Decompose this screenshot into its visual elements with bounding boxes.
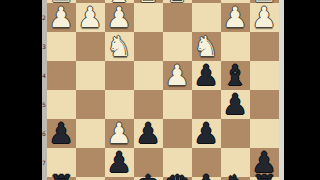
square-e2 [134,3,163,32]
square-f8 [105,177,134,180]
rank-label-7: 7 [42,160,47,166]
square-f5 [105,90,134,119]
square-g7 [76,148,105,177]
square-e8: ♚ [134,177,163,180]
square-h5 [47,90,76,119]
piece-black-pawn-e6: ♟ [134,119,163,148]
board-right-edge [279,0,284,180]
piece-white-pawn-d4: ♟ [163,61,192,90]
rank-label-2: 2 [42,15,47,21]
piece-white-pawn-f6: ♟ [105,119,134,148]
square-d4: ♟ [163,61,192,90]
rank-label-3: 3 [42,44,47,50]
piece-black-rook-a8: ♜ [250,171,279,180]
piece-black-king-e8: ♚ [134,171,163,180]
square-e6: ♟ [134,119,163,148]
square-a8: ♜ [250,177,279,180]
piece-black-pawn-c6: ♟ [192,119,221,148]
square-e3 [134,32,163,61]
square-a4 [250,61,279,90]
square-g6 [76,119,105,148]
square-h3 [47,32,76,61]
piece-white-pawn-g2: ♟ [76,3,105,32]
piece-black-rook-h8: ♜ [47,171,76,180]
video-frame: 12345678 ♜♝♚♛♜♟♟♟♟♟♞♞♟♟♝♟♟♟♟♟♟♟♜♚♛♝♞♜ [0,0,320,180]
square-h6: ♟ [47,119,76,148]
piece-black-pawn-f7: ♟ [105,148,134,177]
square-e4 [134,61,163,90]
square-c5 [192,90,221,119]
square-h4 [47,61,76,90]
piece-black-pawn-c4: ♟ [192,61,221,90]
piece-black-pawn-h6: ♟ [47,119,76,148]
piece-white-knight-f3: ♞ [105,32,134,61]
rank-label-6: 6 [42,131,47,137]
piece-black-bishop-b4: ♝ [221,61,250,90]
square-b4: ♝ [221,61,250,90]
square-h8: ♜ [47,177,76,180]
piece-black-queen-d8: ♛ [163,171,192,180]
square-b2: ♟ [221,3,250,32]
square-c3: ♞ [192,32,221,61]
square-a3 [250,32,279,61]
square-d5 [163,90,192,119]
square-h2: ♟ [47,3,76,32]
rank-labels-gutter: 12345678 [42,0,47,180]
rank-label-4: 4 [42,73,47,79]
square-g5 [76,90,105,119]
square-b8: ♞ [221,177,250,180]
square-f6: ♟ [105,119,134,148]
square-f7: ♟ [105,148,134,177]
piece-white-pawn-a2: ♟ [250,3,279,32]
square-f3: ♞ [105,32,134,61]
square-a5 [250,90,279,119]
square-d6 [163,119,192,148]
square-c4: ♟ [192,61,221,90]
chess-board: ♜♝♚♛♜♟♟♟♟♟♞♞♟♟♝♟♟♟♟♟♟♟♜♚♛♝♞♜ [47,0,279,180]
piece-white-pawn-f2: ♟ [105,3,134,32]
square-d2 [163,3,192,32]
square-g4 [76,61,105,90]
square-f2: ♟ [105,3,134,32]
piece-black-bishop-c8: ♝ [192,171,221,180]
square-c2 [192,3,221,32]
piece-white-pawn-b2: ♟ [221,3,250,32]
square-g2: ♟ [76,3,105,32]
rank-label-5: 5 [42,102,47,108]
piece-black-pawn-b5: ♟ [221,90,250,119]
square-g3 [76,32,105,61]
square-c8: ♝ [192,177,221,180]
square-f4 [105,61,134,90]
piece-black-knight-b8: ♞ [221,171,250,180]
square-a6 [250,119,279,148]
square-d8: ♛ [163,177,192,180]
square-b3 [221,32,250,61]
piece-white-knight-c3: ♞ [192,32,221,61]
square-d3 [163,32,192,61]
piece-white-pawn-h2: ♟ [47,3,76,32]
square-c6: ♟ [192,119,221,148]
square-b5: ♟ [221,90,250,119]
square-b6 [221,119,250,148]
square-a2: ♟ [250,3,279,32]
square-e5 [134,90,163,119]
square-g8 [76,177,105,180]
